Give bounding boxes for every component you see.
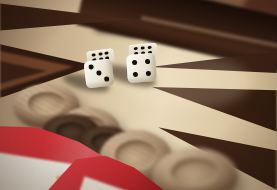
die-right[interactable]: [124, 42, 162, 86]
die-left[interactable]: [83, 48, 121, 92]
die-left-front-face: [83, 58, 114, 88]
die-right-front-face: [126, 53, 157, 83]
backgammon-board-photo: [0, 0, 277, 190]
